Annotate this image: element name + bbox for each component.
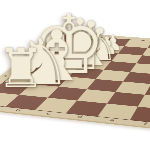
photo-scene: abcdefgh12345678 ♜♞♝♚♛♝♞♟♟: [0, 0, 150, 150]
white-rook: ♜: [0, 42, 45, 96]
pieces-layer: ♜♞♝♚♛♝♞♟♟: [0, 0, 150, 150]
